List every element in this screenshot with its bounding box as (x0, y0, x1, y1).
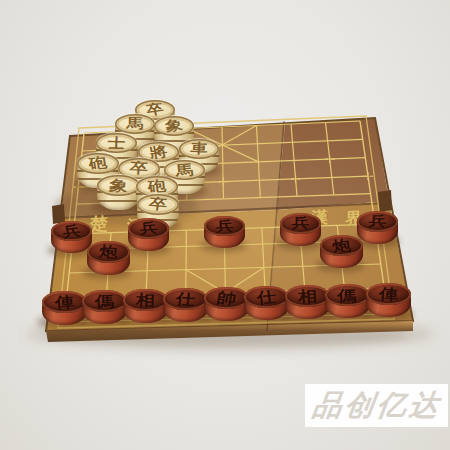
piece-top-face: 傌 (325, 284, 370, 307)
piece-top-face: 卒 (137, 194, 179, 215)
piece-top-face: 相 (123, 289, 168, 312)
piece-character: 兵 (280, 215, 321, 232)
piece-top-face: 炮 (320, 235, 363, 257)
piece-character: 俥 (41, 292, 87, 312)
piece-character: 兵 (127, 219, 170, 238)
piece-top-face: 砲 (77, 153, 119, 174)
piece-top-face: 兵 (51, 221, 92, 242)
piece-character: 砲 (76, 153, 120, 173)
piece-character: 兵 (356, 212, 398, 230)
piece-character: 仕 (162, 288, 209, 309)
piece-top-face: 兵 (128, 218, 169, 239)
piece-character: 俥 (365, 284, 411, 303)
piece-character: 傌 (82, 292, 127, 310)
piece-character: 車 (179, 140, 220, 157)
product-photo-scene: 楚 河 漢 界 卒馬象士將車砲卒馬象砲卒兵兵兵兵兵炮炮俥傌相仕帥仕相傌俥 品创亿… (0, 0, 450, 450)
piece-character: 士 (95, 134, 137, 151)
red-piece-soldier[interactable]: 兵 (128, 218, 169, 251)
piece-top-face: 兵 (204, 216, 245, 237)
piece-top-face: 俥 (42, 291, 87, 314)
piece-top-face: 俥 (366, 283, 411, 306)
piece-top-face: 傌 (82, 290, 127, 313)
piece-top-face: 士 (96, 133, 137, 154)
piece-top-face: 帥 (204, 287, 249, 310)
piece-character: 馬 (115, 116, 155, 132)
piece-character: 炮 (319, 235, 364, 256)
red-piece-chariot[interactable]: 俥 (366, 283, 411, 318)
piece-top-face: 兵 (280, 213, 321, 234)
piece-character: 相 (284, 286, 330, 305)
piece-character: 卒 (136, 195, 180, 215)
red-piece-cannon[interactable]: 炮 (320, 235, 363, 269)
hinge-notch-right (378, 190, 392, 212)
piece-character: 仕 (243, 286, 290, 307)
piece-top-face: 仕 (244, 286, 289, 309)
piece-top-face: 車 (179, 139, 219, 159)
piece-top-face: 馬 (115, 114, 155, 134)
piece-character: 傌 (325, 286, 370, 304)
red-piece-soldier[interactable]: 兵 (204, 216, 245, 249)
watermark: 品创亿达 (305, 384, 448, 427)
piece-character: 相 (122, 290, 168, 309)
piece-top-face: 相 (285, 285, 330, 308)
river-inscription-left-1: 楚 (90, 212, 108, 236)
piece-character: 象 (96, 175, 141, 195)
piece-top-face: 炮 (87, 241, 130, 263)
red-piece-soldier[interactable]: 兵 (280, 213, 321, 246)
red-piece-cannon[interactable]: 炮 (87, 241, 130, 275)
piece-top-face: 仕 (163, 288, 208, 311)
piece-character: 炮 (85, 242, 130, 263)
watermark-text: 品创亿达 (310, 386, 444, 426)
piece-top-face: 象 (154, 116, 194, 136)
piece-top-face: 象 (97, 175, 140, 197)
piece-character: 兵 (204, 217, 246, 234)
piece-top-face: 兵 (357, 211, 398, 232)
